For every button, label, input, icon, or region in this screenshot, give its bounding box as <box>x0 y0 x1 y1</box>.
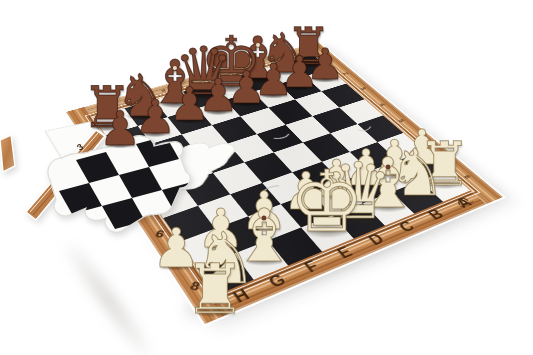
piece-white-k-e8[interactable]: ♚ <box>289 160 365 245</box>
piece-brown-p-h2[interactable]: ♟ <box>99 105 142 153</box>
piece-white-r-h8[interactable]: ♜ <box>184 254 246 323</box>
product-photo-scene: HHGGFFEEDDCCBBAA1122334455667788 3 4 <box>0 0 533 355</box>
detached-border-fragment[interactable] <box>0 135 15 172</box>
